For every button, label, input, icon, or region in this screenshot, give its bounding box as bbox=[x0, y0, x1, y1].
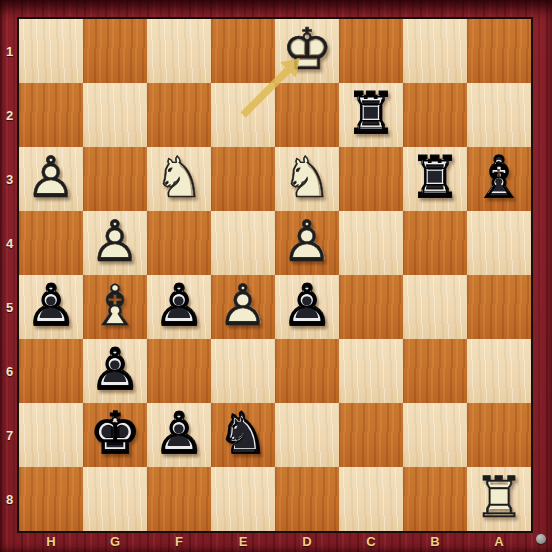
square-h8[interactable] bbox=[19, 467, 83, 531]
square-e4[interactable] bbox=[211, 211, 275, 275]
pawn-glyph-line: ♙ bbox=[147, 273, 211, 337]
square-b1[interactable] bbox=[403, 19, 467, 83]
square-e8[interactable] bbox=[211, 467, 275, 531]
square-a2[interactable] bbox=[467, 83, 531, 147]
square-g7[interactable]: ♚♔♔ bbox=[83, 403, 147, 467]
rank-label-1: 1 bbox=[0, 19, 19, 83]
square-c1[interactable] bbox=[339, 19, 403, 83]
square-c5[interactable] bbox=[339, 275, 403, 339]
piece-white-pawn[interactable]: ♟♙ bbox=[19, 147, 83, 211]
square-g5[interactable]: ♝♗ bbox=[83, 275, 147, 339]
square-e5[interactable]: ♟♙ bbox=[211, 275, 275, 339]
square-d5[interactable]: ♟♙♙ bbox=[275, 275, 339, 339]
knight-glyph-line: ♘ bbox=[147, 145, 211, 209]
square-h3[interactable]: ♟♙ bbox=[19, 147, 83, 211]
file-label-g: G bbox=[83, 530, 147, 552]
square-h6[interactable] bbox=[19, 339, 83, 403]
rank-label-2: 2 bbox=[0, 83, 19, 147]
square-g1[interactable] bbox=[83, 19, 147, 83]
square-a1[interactable] bbox=[467, 19, 531, 83]
file-label-b: B bbox=[403, 530, 467, 552]
piece-black-king[interactable]: ♚♔♔ bbox=[83, 403, 147, 467]
piece-black-rook[interactable]: ♜♖♖ bbox=[403, 147, 467, 211]
square-g3[interactable] bbox=[83, 147, 147, 211]
file-label-c: C bbox=[339, 530, 403, 552]
piece-black-pawn[interactable]: ♟♙♙ bbox=[147, 403, 211, 467]
square-d1[interactable]: ♚♔ bbox=[275, 19, 339, 83]
pawn-glyph-line: ♙ bbox=[83, 209, 147, 273]
square-g4[interactable]: ♟♙ bbox=[83, 211, 147, 275]
square-b3[interactable]: ♜♖♖ bbox=[403, 147, 467, 211]
square-a8[interactable]: ♜♖ bbox=[467, 467, 531, 531]
piece-white-king[interactable]: ♚♔ bbox=[275, 19, 339, 83]
square-b2[interactable] bbox=[403, 83, 467, 147]
square-h4[interactable] bbox=[19, 211, 83, 275]
square-b6[interactable] bbox=[403, 339, 467, 403]
square-b7[interactable] bbox=[403, 403, 467, 467]
square-f5[interactable]: ♟♙♙ bbox=[147, 275, 211, 339]
square-f3[interactable]: ♞♘ bbox=[147, 147, 211, 211]
file-label-d: D bbox=[275, 530, 339, 552]
piece-black-bishop[interactable]: ♝♗♗ bbox=[467, 147, 531, 211]
square-e2[interactable] bbox=[211, 83, 275, 147]
king-glyph-line: ♔ bbox=[275, 17, 339, 81]
piece-black-pawn[interactable]: ♟♙♙ bbox=[19, 275, 83, 339]
square-a4[interactable] bbox=[467, 211, 531, 275]
square-e7[interactable]: ♞♘♘ bbox=[211, 403, 275, 467]
square-a7[interactable] bbox=[467, 403, 531, 467]
square-a5[interactable] bbox=[467, 275, 531, 339]
square-b4[interactable] bbox=[403, 211, 467, 275]
square-f7[interactable]: ♟♙♙ bbox=[147, 403, 211, 467]
square-a6[interactable] bbox=[467, 339, 531, 403]
piece-white-rook[interactable]: ♜♖ bbox=[467, 467, 531, 531]
corner-dot bbox=[536, 534, 546, 544]
square-e6[interactable] bbox=[211, 339, 275, 403]
piece-white-pawn[interactable]: ♟♙ bbox=[83, 211, 147, 275]
square-d4[interactable]: ♟♙ bbox=[275, 211, 339, 275]
piece-white-bishop[interactable]: ♝♗ bbox=[83, 275, 147, 339]
square-d7[interactable] bbox=[275, 403, 339, 467]
square-g6[interactable]: ♟♙♙ bbox=[83, 339, 147, 403]
square-f2[interactable] bbox=[147, 83, 211, 147]
square-f6[interactable] bbox=[147, 339, 211, 403]
square-b5[interactable] bbox=[403, 275, 467, 339]
square-a3[interactable]: ♝♗♗ bbox=[467, 147, 531, 211]
piece-black-knight[interactable]: ♞♘♘ bbox=[211, 403, 275, 467]
rank-label-3: 3 bbox=[0, 147, 19, 211]
pawn-glyph-line: ♙ bbox=[147, 401, 211, 465]
square-e3[interactable] bbox=[211, 147, 275, 211]
square-f8[interactable] bbox=[147, 467, 211, 531]
piece-black-pawn[interactable]: ♟♙♙ bbox=[147, 275, 211, 339]
piece-black-rook[interactable]: ♜♖♖ bbox=[339, 83, 403, 147]
square-e1[interactable] bbox=[211, 19, 275, 83]
rank-label-7: 7 bbox=[0, 403, 19, 467]
piece-white-knight[interactable]: ♞♘ bbox=[147, 147, 211, 211]
knight-glyph-line: ♘ bbox=[211, 401, 275, 465]
bishop-glyph-line: ♗ bbox=[467, 145, 531, 209]
square-d6[interactable] bbox=[275, 339, 339, 403]
square-d8[interactable] bbox=[275, 467, 339, 531]
pawn-glyph-line: ♙ bbox=[211, 273, 275, 337]
square-b8[interactable] bbox=[403, 467, 467, 531]
square-c4[interactable] bbox=[339, 211, 403, 275]
piece-black-pawn[interactable]: ♟♙♙ bbox=[275, 275, 339, 339]
square-d3[interactable]: ♞♘ bbox=[275, 147, 339, 211]
rook-glyph-line: ♖ bbox=[403, 145, 467, 209]
pawn-glyph-line: ♙ bbox=[19, 273, 83, 337]
piece-white-knight[interactable]: ♞♘ bbox=[275, 147, 339, 211]
square-g8[interactable] bbox=[83, 467, 147, 531]
square-g2[interactable] bbox=[83, 83, 147, 147]
square-h1[interactable] bbox=[19, 19, 83, 83]
file-label-a: A bbox=[467, 530, 531, 552]
file-label-f: F bbox=[147, 530, 211, 552]
piece-white-pawn[interactable]: ♟♙ bbox=[275, 211, 339, 275]
piece-white-pawn[interactable]: ♟♙ bbox=[211, 275, 275, 339]
pawn-glyph-line: ♙ bbox=[19, 145, 83, 209]
rank-label-4: 4 bbox=[0, 211, 19, 275]
pawn-glyph-line: ♙ bbox=[83, 337, 147, 401]
chess-board[interactable]: ♚♔♜♖♖♟♙♞♘♞♘♜♖♖♝♗♗♟♙♟♙♟♙♙♝♗♟♙♙♟♙♟♙♙♟♙♙♚♔♔… bbox=[19, 19, 531, 531]
rank-label-8: 8 bbox=[0, 467, 19, 531]
king-glyph-line: ♔ bbox=[83, 401, 147, 465]
bishop-glyph-line: ♗ bbox=[83, 273, 147, 337]
square-c8[interactable] bbox=[339, 467, 403, 531]
square-c3[interactable] bbox=[339, 147, 403, 211]
square-c7[interactable] bbox=[339, 403, 403, 467]
file-label-e: E bbox=[211, 530, 275, 552]
square-h2[interactable] bbox=[19, 83, 83, 147]
square-h5[interactable]: ♟♙♙ bbox=[19, 275, 83, 339]
square-f1[interactable] bbox=[147, 19, 211, 83]
square-f4[interactable] bbox=[147, 211, 211, 275]
square-c2[interactable]: ♜♖♖ bbox=[339, 83, 403, 147]
rank-label-6: 6 bbox=[0, 339, 19, 403]
pawn-glyph-line: ♙ bbox=[275, 209, 339, 273]
rook-glyph-line: ♖ bbox=[467, 465, 531, 529]
rook-glyph-line: ♖ bbox=[339, 81, 403, 145]
rank-label-5: 5 bbox=[0, 275, 19, 339]
piece-black-pawn[interactable]: ♟♙♙ bbox=[83, 339, 147, 403]
pawn-glyph-line: ♙ bbox=[275, 273, 339, 337]
square-c6[interactable] bbox=[339, 339, 403, 403]
square-d2[interactable] bbox=[275, 83, 339, 147]
square-h7[interactable] bbox=[19, 403, 83, 467]
knight-glyph-line: ♘ bbox=[275, 145, 339, 209]
chess-board-frame: 12345678 HGFEDCBA ♚♔♜♖♖♟♙♞♘♞♘♜♖♖♝♗♗♟♙♟♙♟… bbox=[0, 0, 552, 552]
file-label-h: H bbox=[19, 530, 83, 552]
